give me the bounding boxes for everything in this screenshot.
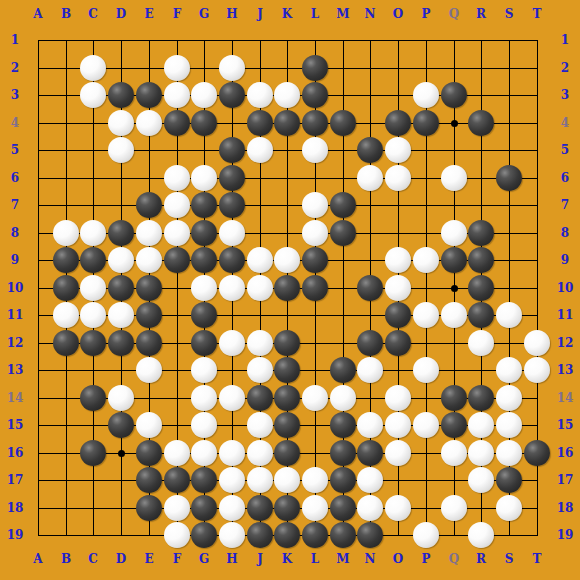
column-label-top-b: B: [54, 7, 78, 21]
white-stone-s18[interactable]: [496, 495, 522, 521]
black-stone-k4[interactable]: [274, 110, 300, 136]
white-stone-s11[interactable]: [496, 302, 522, 328]
row-label-right-14: 14: [553, 391, 577, 405]
row-label-left-2: 2: [3, 61, 27, 75]
black-stone-m4[interactable]: [330, 110, 356, 136]
black-stone-d15[interactable]: [108, 412, 134, 438]
black-stone-e7[interactable]: [136, 192, 162, 218]
white-stone-s16[interactable]: [496, 440, 522, 466]
row-label-right-5: 5: [553, 143, 577, 157]
white-stone-b11[interactable]: [53, 302, 79, 328]
black-stone-f17[interactable]: [164, 467, 190, 493]
row-label-right-1: 1: [553, 33, 577, 47]
white-stone-e13[interactable]: [136, 357, 162, 383]
black-stone-j18[interactable]: [247, 495, 273, 521]
white-stone-g6[interactable]: [191, 165, 217, 191]
column-label-bottom-p: P: [414, 552, 438, 566]
row-label-left-3: 3: [3, 88, 27, 102]
black-stone-n19[interactable]: [357, 522, 383, 548]
black-stone-k14[interactable]: [274, 385, 300, 411]
white-stone-o16[interactable]: [385, 440, 411, 466]
black-stone-h5[interactable]: [219, 137, 245, 163]
row-label-right-17: 17: [553, 473, 577, 487]
white-stone-d11[interactable]: [108, 302, 134, 328]
white-stone-j5[interactable]: [247, 137, 273, 163]
black-stone-m19[interactable]: [330, 522, 356, 548]
black-stone-e10[interactable]: [136, 275, 162, 301]
white-stone-p9[interactable]: [413, 247, 439, 273]
column-label-bottom-g: G: [192, 552, 216, 566]
white-stone-g3[interactable]: [191, 82, 217, 108]
row-label-left-9: 9: [3, 253, 27, 267]
white-stone-p11[interactable]: [413, 302, 439, 328]
black-stone-l9[interactable]: [302, 247, 328, 273]
white-stone-h14[interactable]: [219, 385, 245, 411]
black-stone-s6[interactable]: [496, 165, 522, 191]
row-label-left-17: 17: [3, 473, 27, 487]
column-label-top-k: K: [275, 7, 299, 21]
column-label-bottom-s: S: [497, 552, 521, 566]
column-label-bottom-t: T: [525, 552, 549, 566]
row-label-left-15: 15: [3, 418, 27, 432]
column-label-top-g: G: [192, 7, 216, 21]
white-stone-n13[interactable]: [357, 357, 383, 383]
white-stone-m14[interactable]: [330, 385, 356, 411]
black-stone-m8[interactable]: [330, 220, 356, 246]
black-stone-g19[interactable]: [191, 522, 217, 548]
white-stone-q18[interactable]: [441, 495, 467, 521]
black-stone-l4[interactable]: [302, 110, 328, 136]
white-stone-q6[interactable]: [441, 165, 467, 191]
white-stone-h10[interactable]: [219, 275, 245, 301]
white-stone-h17[interactable]: [219, 467, 245, 493]
white-stone-s13[interactable]: [496, 357, 522, 383]
white-stone-l17[interactable]: [302, 467, 328, 493]
white-stone-h12[interactable]: [219, 330, 245, 356]
white-stone-f2[interactable]: [164, 55, 190, 81]
white-stone-o6[interactable]: [385, 165, 411, 191]
column-label-top-e: E: [137, 7, 161, 21]
white-stone-h16[interactable]: [219, 440, 245, 466]
black-stone-c9[interactable]: [80, 247, 106, 273]
row-label-right-13: 13: [553, 363, 577, 377]
row-label-left-5: 5: [3, 143, 27, 157]
white-stone-n15[interactable]: [357, 412, 383, 438]
black-stone-l19[interactable]: [302, 522, 328, 548]
row-label-right-12: 12: [553, 336, 577, 350]
black-stone-e11[interactable]: [136, 302, 162, 328]
black-stone-g18[interactable]: [191, 495, 217, 521]
white-stone-c8[interactable]: [80, 220, 106, 246]
white-stone-k9[interactable]: [274, 247, 300, 273]
white-stone-l7[interactable]: [302, 192, 328, 218]
column-label-bottom-b: B: [54, 552, 78, 566]
black-stone-r11[interactable]: [468, 302, 494, 328]
white-stone-h19[interactable]: [219, 522, 245, 548]
row-label-right-8: 8: [553, 226, 577, 240]
black-stone-h9[interactable]: [219, 247, 245, 273]
white-stone-c10[interactable]: [80, 275, 106, 301]
row-label-right-3: 3: [553, 88, 577, 102]
white-stone-e8[interactable]: [136, 220, 162, 246]
white-stone-e9[interactable]: [136, 247, 162, 273]
white-stone-j13[interactable]: [247, 357, 273, 383]
black-stone-e16[interactable]: [136, 440, 162, 466]
black-stone-r4[interactable]: [468, 110, 494, 136]
white-stone-r16[interactable]: [468, 440, 494, 466]
column-label-top-n: N: [358, 7, 382, 21]
black-stone-m17[interactable]: [330, 467, 356, 493]
column-label-top-d: D: [109, 7, 133, 21]
white-stone-o5[interactable]: [385, 137, 411, 163]
white-stone-d4[interactable]: [108, 110, 134, 136]
column-label-top-c: C: [81, 7, 105, 21]
white-stone-l5[interactable]: [302, 137, 328, 163]
black-stone-k13[interactable]: [274, 357, 300, 383]
row-label-left-10: 10: [3, 281, 27, 295]
black-stone-f4[interactable]: [164, 110, 190, 136]
white-stone-k3[interactable]: [274, 82, 300, 108]
black-stone-k10[interactable]: [274, 275, 300, 301]
black-stone-c16[interactable]: [80, 440, 106, 466]
white-stone-j16[interactable]: [247, 440, 273, 466]
black-stone-g4[interactable]: [191, 110, 217, 136]
white-stone-e4[interactable]: [136, 110, 162, 136]
black-stone-h7[interactable]: [219, 192, 245, 218]
white-stone-q16[interactable]: [441, 440, 467, 466]
column-label-top-f: F: [165, 7, 189, 21]
row-label-left-6: 6: [3, 171, 27, 185]
column-label-top-h: H: [220, 7, 244, 21]
black-stone-l2[interactable]: [302, 55, 328, 81]
black-stone-g9[interactable]: [191, 247, 217, 273]
column-label-top-q: Q: [442, 7, 466, 21]
black-stone-d3[interactable]: [108, 82, 134, 108]
column-label-bottom-j: J: [248, 552, 272, 566]
black-stone-o12[interactable]: [385, 330, 411, 356]
row-label-left-11: 11: [3, 308, 27, 322]
white-stone-o15[interactable]: [385, 412, 411, 438]
column-label-bottom-e: E: [137, 552, 161, 566]
white-stone-f19[interactable]: [164, 522, 190, 548]
row-label-right-15: 15: [553, 418, 577, 432]
column-label-bottom-a: A: [26, 552, 50, 566]
black-stone-n5[interactable]: [357, 137, 383, 163]
black-stone-m18[interactable]: [330, 495, 356, 521]
row-label-left-16: 16: [3, 446, 27, 460]
black-stone-h3[interactable]: [219, 82, 245, 108]
row-label-left-7: 7: [3, 198, 27, 212]
column-label-top-a: A: [26, 7, 50, 21]
black-stone-r10[interactable]: [468, 275, 494, 301]
row-label-left-1: 1: [3, 33, 27, 47]
black-stone-p4[interactable]: [413, 110, 439, 136]
row-label-left-4: 4: [3, 116, 27, 130]
row-label-left-18: 18: [3, 501, 27, 515]
white-stone-j3[interactable]: [247, 82, 273, 108]
column-label-bottom-c: C: [81, 552, 105, 566]
black-stone-k15[interactable]: [274, 412, 300, 438]
column-label-bottom-h: H: [220, 552, 244, 566]
white-stone-f16[interactable]: [164, 440, 190, 466]
row-label-right-9: 9: [553, 253, 577, 267]
column-label-top-l: L: [303, 7, 327, 21]
row-label-right-10: 10: [553, 281, 577, 295]
white-stone-d5[interactable]: [108, 137, 134, 163]
black-stone-d8[interactable]: [108, 220, 134, 246]
row-label-left-8: 8: [3, 226, 27, 240]
grid-line-horizontal: [38, 68, 538, 69]
black-stone-q14[interactable]: [441, 385, 467, 411]
star-point-q4: [451, 120, 458, 127]
black-stone-l10[interactable]: [302, 275, 328, 301]
black-stone-d10[interactable]: [108, 275, 134, 301]
white-stone-r15[interactable]: [468, 412, 494, 438]
black-stone-o11[interactable]: [385, 302, 411, 328]
white-stone-b8[interactable]: [53, 220, 79, 246]
white-stone-s15[interactable]: [496, 412, 522, 438]
column-label-top-s: S: [497, 7, 521, 21]
white-stone-t13[interactable]: [524, 357, 550, 383]
white-stone-f7[interactable]: [164, 192, 190, 218]
white-stone-p3[interactable]: [413, 82, 439, 108]
row-label-right-4: 4: [553, 116, 577, 130]
black-stone-k19[interactable]: [274, 522, 300, 548]
white-stone-o9[interactable]: [385, 247, 411, 273]
black-stone-q9[interactable]: [441, 247, 467, 273]
white-stone-g14[interactable]: [191, 385, 217, 411]
black-stone-m13[interactable]: [330, 357, 356, 383]
white-stone-c3[interactable]: [80, 82, 106, 108]
column-label-top-m: M: [331, 7, 355, 21]
white-stone-j15[interactable]: [247, 412, 273, 438]
black-stone-b12[interactable]: [53, 330, 79, 356]
black-stone-c12[interactable]: [80, 330, 106, 356]
white-stone-s14[interactable]: [496, 385, 522, 411]
black-stone-l3[interactable]: [302, 82, 328, 108]
black-stone-b10[interactable]: [53, 275, 79, 301]
row-label-left-13: 13: [3, 363, 27, 377]
black-stone-b9[interactable]: [53, 247, 79, 273]
white-stone-o18[interactable]: [385, 495, 411, 521]
column-label-top-j: J: [248, 7, 272, 21]
white-stone-l8[interactable]: [302, 220, 328, 246]
column-label-bottom-o: O: [386, 552, 410, 566]
white-stone-o14[interactable]: [385, 385, 411, 411]
white-stone-r17[interactable]: [468, 467, 494, 493]
black-stone-q3[interactable]: [441, 82, 467, 108]
black-stone-m16[interactable]: [330, 440, 356, 466]
black-stone-r9[interactable]: [468, 247, 494, 273]
white-stone-r12[interactable]: [468, 330, 494, 356]
black-stone-j19[interactable]: [247, 522, 273, 548]
black-stone-q15[interactable]: [441, 412, 467, 438]
black-stone-g8[interactable]: [191, 220, 217, 246]
go-board-screenshot: AABBCCDDEEFFGGHHJJKKLLMMNNOOPPQQRRSSTT11…: [0, 0, 580, 580]
white-stone-q11[interactable]: [441, 302, 467, 328]
black-stone-k12[interactable]: [274, 330, 300, 356]
white-stone-g16[interactable]: [191, 440, 217, 466]
grid-line-horizontal: [38, 205, 538, 206]
black-stone-g12[interactable]: [191, 330, 217, 356]
black-stone-c14[interactable]: [80, 385, 106, 411]
black-stone-m7[interactable]: [330, 192, 356, 218]
column-label-top-p: P: [414, 7, 438, 21]
row-label-right-11: 11: [553, 308, 577, 322]
black-stone-n16[interactable]: [357, 440, 383, 466]
column-label-bottom-k: K: [275, 552, 299, 566]
white-stone-o10[interactable]: [385, 275, 411, 301]
black-stone-n10[interactable]: [357, 275, 383, 301]
white-stone-c2[interactable]: [80, 55, 106, 81]
black-stone-g11[interactable]: [191, 302, 217, 328]
white-stone-k17[interactable]: [274, 467, 300, 493]
black-stone-g7[interactable]: [191, 192, 217, 218]
white-stone-g15[interactable]: [191, 412, 217, 438]
column-label-bottom-l: L: [303, 552, 327, 566]
row-label-left-12: 12: [3, 336, 27, 350]
white-stone-d9[interactable]: [108, 247, 134, 273]
white-stone-q8[interactable]: [441, 220, 467, 246]
row-label-right-16: 16: [553, 446, 577, 460]
row-label-left-14: 14: [3, 391, 27, 405]
column-label-bottom-d: D: [109, 552, 133, 566]
black-stone-n12[interactable]: [357, 330, 383, 356]
row-label-right-18: 18: [553, 501, 577, 515]
black-stone-m15[interactable]: [330, 412, 356, 438]
black-stone-j14[interactable]: [247, 385, 273, 411]
white-stone-t12[interactable]: [524, 330, 550, 356]
white-stone-j17[interactable]: [247, 467, 273, 493]
white-stone-h18[interactable]: [219, 495, 245, 521]
black-stone-o4[interactable]: [385, 110, 411, 136]
white-stone-f6[interactable]: [164, 165, 190, 191]
white-stone-j12[interactable]: [247, 330, 273, 356]
white-stone-g13[interactable]: [191, 357, 217, 383]
white-stone-r19[interactable]: [468, 522, 494, 548]
white-stone-c11[interactable]: [80, 302, 106, 328]
white-stone-p13[interactable]: [413, 357, 439, 383]
black-stone-d12[interactable]: [108, 330, 134, 356]
row-label-left-19: 19: [3, 528, 27, 542]
white-stone-p15[interactable]: [413, 412, 439, 438]
column-label-bottom-r: R: [469, 552, 493, 566]
row-label-right-7: 7: [553, 198, 577, 212]
white-stone-j10[interactable]: [247, 275, 273, 301]
white-stone-f3[interactable]: [164, 82, 190, 108]
row-label-right-6: 6: [553, 171, 577, 185]
row-label-right-2: 2: [553, 61, 577, 75]
black-stone-g17[interactable]: [191, 467, 217, 493]
white-stone-e15[interactable]: [136, 412, 162, 438]
black-stone-r14[interactable]: [468, 385, 494, 411]
column-label-bottom-m: M: [331, 552, 355, 566]
white-stone-d14[interactable]: [108, 385, 134, 411]
white-stone-f18[interactable]: [164, 495, 190, 521]
black-stone-e12[interactable]: [136, 330, 162, 356]
star-point-q10: [451, 285, 458, 292]
white-stone-g10[interactable]: [191, 275, 217, 301]
column-label-bottom-f: F: [165, 552, 189, 566]
grid-line-horizontal: [38, 40, 538, 41]
white-stone-l14[interactable]: [302, 385, 328, 411]
white-stone-p19[interactable]: [413, 522, 439, 548]
row-label-right-19: 19: [553, 528, 577, 542]
column-label-bottom-q: Q: [442, 552, 466, 566]
white-stone-j9[interactable]: [247, 247, 273, 273]
white-stone-n6[interactable]: [357, 165, 383, 191]
black-stone-j4[interactable]: [247, 110, 273, 136]
column-label-bottom-n: N: [358, 552, 382, 566]
white-stone-h8[interactable]: [219, 220, 245, 246]
black-stone-t16[interactable]: [524, 440, 550, 466]
white-stone-l18[interactable]: [302, 495, 328, 521]
black-stone-f9[interactable]: [164, 247, 190, 273]
white-stone-n18[interactable]: [357, 495, 383, 521]
white-stone-n17[interactable]: [357, 467, 383, 493]
black-stone-k16[interactable]: [274, 440, 300, 466]
black-stone-e18[interactable]: [136, 495, 162, 521]
star-point-d16: [118, 450, 125, 457]
white-stone-h2[interactable]: [219, 55, 245, 81]
black-stone-s17[interactable]: [496, 467, 522, 493]
column-label-top-t: T: [525, 7, 549, 21]
black-stone-r8[interactable]: [468, 220, 494, 246]
black-stone-e17[interactable]: [136, 467, 162, 493]
black-stone-e3[interactable]: [136, 82, 162, 108]
black-stone-k18[interactable]: [274, 495, 300, 521]
white-stone-f8[interactable]: [164, 220, 190, 246]
column-label-top-o: O: [386, 7, 410, 21]
column-label-top-r: R: [469, 7, 493, 21]
black-stone-h6[interactable]: [219, 165, 245, 191]
